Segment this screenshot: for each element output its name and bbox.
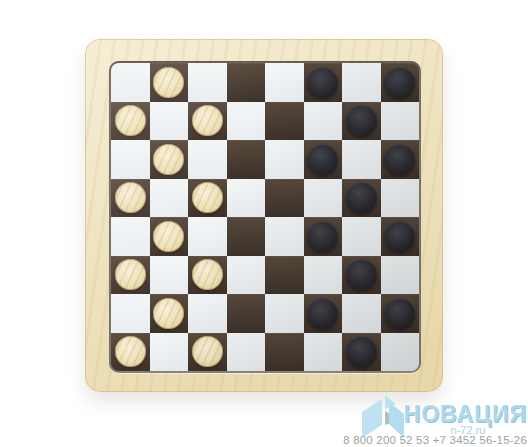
board-square[interactable] [381,140,420,179]
board-square[interactable] [381,102,420,141]
board-square[interactable] [304,333,343,372]
board-square[interactable] [111,102,150,141]
light-checker[interactable] [192,259,223,290]
novacia-logo-icon [356,394,410,438]
board-square[interactable] [227,140,266,179]
board-square[interactable] [111,140,150,179]
board-square[interactable] [342,140,381,179]
board-square[interactable] [342,333,381,372]
dark-checker[interactable] [346,259,377,290]
light-checker[interactable] [192,182,223,213]
board-square[interactable] [188,294,227,333]
wooden-frame [85,39,443,392]
brand-phone-numbers: 8 800 200 52 53 +7 3452 56-15-26 [343,434,527,446]
board-square[interactable] [342,179,381,218]
dark-checker[interactable] [346,105,377,136]
dark-checker[interactable] [384,298,415,329]
board-square[interactable] [381,179,420,218]
board-square[interactable] [188,63,227,102]
board-square[interactable] [342,102,381,141]
board-square[interactable] [304,179,343,218]
board-square[interactable] [150,102,189,141]
board-square[interactable] [265,217,304,256]
board-square[interactable] [381,217,420,256]
board-square[interactable] [188,256,227,295]
board-square[interactable] [304,63,343,102]
light-checker[interactable] [153,221,184,252]
dark-checker[interactable] [384,144,415,175]
board-square[interactable] [188,217,227,256]
board-square[interactable] [265,294,304,333]
board-square[interactable] [150,256,189,295]
board-square[interactable] [150,217,189,256]
board-recess [109,61,421,373]
dark-checker[interactable] [307,298,338,329]
board-square[interactable] [188,102,227,141]
board-square[interactable] [227,217,266,256]
dark-checker[interactable] [307,144,338,175]
dark-checker[interactable] [307,67,338,98]
board-square[interactable] [265,140,304,179]
board-square[interactable] [227,294,266,333]
light-checker[interactable] [192,336,223,367]
board-square[interactable] [227,256,266,295]
board-square[interactable] [342,256,381,295]
board-square[interactable] [111,256,150,295]
board-square[interactable] [381,256,420,295]
board-square[interactable] [188,333,227,372]
light-checker[interactable] [192,105,223,136]
light-checker[interactable] [153,298,184,329]
board-square[interactable] [381,63,420,102]
board-square[interactable] [304,294,343,333]
light-checker[interactable] [153,67,184,98]
board-square[interactable] [150,179,189,218]
board-square[interactable] [188,140,227,179]
board-square[interactable] [265,256,304,295]
board-square[interactable] [150,140,189,179]
board-square[interactable] [381,294,420,333]
board-square[interactable] [150,63,189,102]
board-square[interactable] [342,217,381,256]
board-square[interactable] [150,333,189,372]
board-square[interactable] [111,217,150,256]
board-square[interactable] [227,63,266,102]
light-checker[interactable] [115,336,146,367]
board-square[interactable] [227,102,266,141]
dark-checker[interactable] [346,336,377,367]
board-square[interactable] [111,333,150,372]
board-square[interactable] [111,294,150,333]
board-square[interactable] [304,102,343,141]
board-square[interactable] [265,102,304,141]
board-square[interactable] [304,140,343,179]
light-checker[interactable] [153,144,184,175]
dark-checker[interactable] [346,182,377,213]
board-square[interactable] [111,179,150,218]
board-square[interactable] [111,63,150,102]
dark-checker[interactable] [384,67,415,98]
checkers-board [111,63,419,371]
board-square[interactable] [342,63,381,102]
board-square[interactable] [265,179,304,218]
board-square[interactable] [304,217,343,256]
board-square[interactable] [342,294,381,333]
board-square[interactable] [227,179,266,218]
dark-checker[interactable] [307,221,338,252]
light-checker[interactable] [115,105,146,136]
light-checker[interactable] [115,182,146,213]
board-square[interactable] [381,333,420,372]
light-checker[interactable] [115,259,146,290]
board-square[interactable] [265,63,304,102]
board-square[interactable] [150,294,189,333]
product-photo: НОВАЦИЯ n-72.ru 8 800 200 52 53 +7 3452 … [0,0,528,447]
board-square[interactable] [304,256,343,295]
dark-checker[interactable] [384,221,415,252]
board-square[interactable] [227,333,266,372]
board-square[interactable] [265,333,304,372]
board-square[interactable] [188,179,227,218]
